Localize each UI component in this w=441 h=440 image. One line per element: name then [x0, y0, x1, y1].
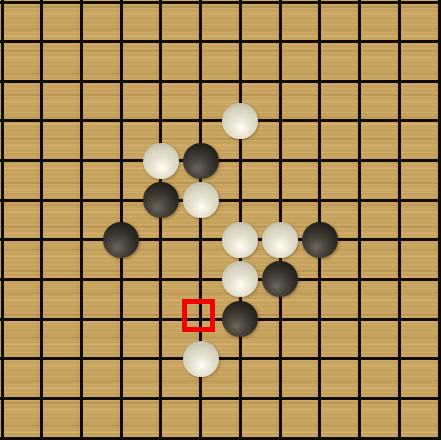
white-stone [222, 103, 258, 139]
white-stone [183, 341, 219, 377]
grid-line-vertical [1, 0, 4, 440]
grid-line-vertical [239, 0, 242, 440]
black-stone [183, 143, 219, 179]
grid-line-horizontal [0, 159, 441, 162]
gomoku-board[interactable] [0, 0, 441, 440]
white-stone [262, 222, 298, 258]
black-stone [143, 182, 179, 218]
black-stone [262, 261, 298, 297]
grid-line-horizontal [0, 199, 441, 202]
red-square-marker [182, 299, 215, 332]
grid-line-horizontal [0, 238, 441, 241]
grid-line-horizontal [0, 357, 441, 360]
black-stone [302, 222, 338, 258]
grid-line-horizontal [0, 278, 441, 281]
black-stone [222, 301, 258, 337]
grid-line-vertical [159, 0, 162, 440]
grid-line-horizontal [0, 318, 441, 321]
grid-line-vertical [120, 0, 123, 440]
grid-line-vertical [438, 0, 441, 440]
grid-line-horizontal [0, 119, 441, 122]
grid-line-vertical [398, 0, 401, 440]
black-stone [103, 222, 139, 258]
grid-line-vertical [279, 0, 282, 440]
white-stone [183, 182, 219, 218]
grid-line-vertical [40, 0, 43, 440]
grid-line-horizontal [0, 1, 441, 4]
grid-line-horizontal [0, 40, 441, 43]
grid-line-vertical [80, 0, 83, 440]
grid-line-vertical [318, 0, 321, 440]
grid-line-horizontal [0, 437, 441, 440]
white-stone [143, 143, 179, 179]
white-stone [222, 222, 258, 258]
grid-line-horizontal [0, 397, 441, 400]
white-stone [222, 261, 258, 297]
grid-line-vertical [358, 0, 361, 440]
grid-line-horizontal [0, 80, 441, 83]
